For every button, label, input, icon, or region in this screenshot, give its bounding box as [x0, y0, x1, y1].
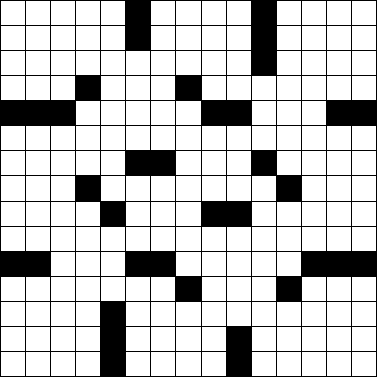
white-square[interactable]	[126, 352, 150, 376]
white-square[interactable]	[51, 1, 75, 25]
white-square[interactable]	[176, 252, 200, 276]
black-square	[202, 101, 226, 125]
white-square[interactable]	[26, 302, 50, 326]
white-square[interactable]	[227, 227, 251, 251]
white-square[interactable]	[227, 151, 251, 175]
white-square[interactable]	[26, 277, 50, 301]
white-square[interactable]	[202, 126, 226, 150]
white-square[interactable]	[277, 227, 301, 251]
white-square[interactable]	[126, 176, 150, 200]
black-square	[151, 151, 175, 175]
white-square[interactable]	[252, 302, 276, 326]
white-square[interactable]	[101, 227, 125, 251]
white-square[interactable]	[1, 1, 25, 25]
white-square[interactable]	[327, 151, 351, 175]
black-square	[252, 151, 276, 175]
white-square[interactable]	[151, 26, 175, 50]
white-square[interactable]	[277, 151, 301, 175]
white-square[interactable]	[352, 26, 376, 50]
white-square[interactable]	[76, 352, 100, 376]
white-square[interactable]	[252, 101, 276, 125]
black-square	[101, 302, 125, 326]
white-square[interactable]	[327, 277, 351, 301]
white-square[interactable]	[327, 126, 351, 150]
white-square[interactable]	[352, 51, 376, 75]
white-square[interactable]	[302, 126, 326, 150]
white-square[interactable]	[1, 302, 25, 326]
white-square[interactable]	[51, 51, 75, 75]
white-square[interactable]	[252, 352, 276, 376]
white-square[interactable]	[101, 277, 125, 301]
white-square[interactable]	[151, 101, 175, 125]
white-square[interactable]	[302, 101, 326, 125]
white-square[interactable]	[252, 252, 276, 276]
white-square[interactable]	[26, 76, 50, 100]
white-square[interactable]	[51, 202, 75, 226]
white-square[interactable]	[176, 101, 200, 125]
black-square	[76, 76, 100, 100]
white-square[interactable]	[26, 327, 50, 351]
white-square[interactable]	[327, 51, 351, 75]
black-square	[352, 252, 376, 276]
white-square[interactable]	[252, 202, 276, 226]
black-square	[227, 352, 251, 376]
white-square[interactable]	[327, 76, 351, 100]
white-square[interactable]	[101, 1, 125, 25]
white-square[interactable]	[227, 26, 251, 50]
black-square	[227, 327, 251, 351]
white-square[interactable]	[51, 352, 75, 376]
white-square[interactable]	[252, 126, 276, 150]
black-square	[252, 1, 276, 25]
white-square[interactable]	[302, 26, 326, 50]
white-square[interactable]	[352, 327, 376, 351]
white-square[interactable]	[176, 352, 200, 376]
white-square[interactable]	[51, 151, 75, 175]
white-square[interactable]	[202, 176, 226, 200]
black-square	[126, 26, 150, 50]
white-square[interactable]	[352, 352, 376, 376]
white-square[interactable]	[302, 227, 326, 251]
white-square[interactable]	[277, 26, 301, 50]
white-square[interactable]	[302, 151, 326, 175]
white-square[interactable]	[101, 252, 125, 276]
white-square[interactable]	[26, 126, 50, 150]
white-square[interactable]	[176, 1, 200, 25]
white-square[interactable]	[327, 1, 351, 25]
white-square[interactable]	[327, 302, 351, 326]
white-square[interactable]	[202, 227, 226, 251]
white-square[interactable]	[1, 176, 25, 200]
white-square[interactable]	[101, 26, 125, 50]
white-square[interactable]	[176, 26, 200, 50]
white-square[interactable]	[352, 277, 376, 301]
white-square[interactable]	[76, 327, 100, 351]
white-square[interactable]	[252, 227, 276, 251]
white-square[interactable]	[327, 227, 351, 251]
white-square[interactable]	[51, 126, 75, 150]
white-square[interactable]	[277, 51, 301, 75]
white-square[interactable]	[51, 327, 75, 351]
white-square[interactable]	[26, 202, 50, 226]
white-square[interactable]	[151, 126, 175, 150]
white-square[interactable]	[1, 51, 25, 75]
crossword-grid	[0, 0, 377, 377]
black-square	[126, 151, 150, 175]
white-square[interactable]	[227, 277, 251, 301]
black-square	[327, 252, 351, 276]
black-square	[101, 202, 125, 226]
black-square	[101, 327, 125, 351]
black-square	[101, 352, 125, 376]
white-square[interactable]	[126, 126, 150, 150]
white-square[interactable]	[76, 151, 100, 175]
black-square	[227, 101, 251, 125]
white-square[interactable]	[352, 1, 376, 25]
black-square	[302, 252, 326, 276]
black-square	[176, 76, 200, 100]
white-square[interactable]	[227, 252, 251, 276]
white-square[interactable]	[126, 101, 150, 125]
white-square[interactable]	[1, 327, 25, 351]
white-square[interactable]	[352, 176, 376, 200]
white-square[interactable]	[51, 227, 75, 251]
black-square	[352, 101, 376, 125]
white-square[interactable]	[302, 76, 326, 100]
white-square[interactable]	[302, 327, 326, 351]
white-square[interactable]	[252, 76, 276, 100]
white-square[interactable]	[76, 26, 100, 50]
white-square[interactable]	[1, 352, 25, 376]
white-square[interactable]	[126, 76, 150, 100]
white-square[interactable]	[352, 227, 376, 251]
white-square[interactable]	[252, 327, 276, 351]
black-square	[26, 252, 50, 276]
white-square[interactable]	[202, 352, 226, 376]
white-square[interactable]	[151, 51, 175, 75]
white-square[interactable]	[51, 176, 75, 200]
white-square[interactable]	[302, 302, 326, 326]
white-square[interactable]	[51, 26, 75, 50]
black-square	[277, 176, 301, 200]
white-square[interactable]	[277, 76, 301, 100]
white-square[interactable]	[51, 302, 75, 326]
white-square[interactable]	[176, 202, 200, 226]
white-square[interactable]	[176, 176, 200, 200]
white-square[interactable]	[327, 26, 351, 50]
white-square[interactable]	[26, 227, 50, 251]
white-square[interactable]	[151, 302, 175, 326]
white-square[interactable]	[126, 202, 150, 226]
white-square[interactable]	[26, 176, 50, 200]
black-square	[26, 101, 50, 125]
white-square[interactable]	[277, 327, 301, 351]
white-square[interactable]	[151, 352, 175, 376]
white-square[interactable]	[1, 227, 25, 251]
white-square[interactable]	[202, 76, 226, 100]
white-square[interactable]	[277, 202, 301, 226]
white-square[interactable]	[1, 26, 25, 50]
white-square[interactable]	[101, 51, 125, 75]
black-square	[126, 252, 150, 276]
white-square[interactable]	[126, 327, 150, 351]
white-square[interactable]	[76, 1, 100, 25]
white-square[interactable]	[252, 277, 276, 301]
white-square[interactable]	[176, 151, 200, 175]
white-square[interactable]	[202, 302, 226, 326]
white-square[interactable]	[277, 1, 301, 25]
white-square[interactable]	[202, 151, 226, 175]
white-square[interactable]	[101, 101, 125, 125]
white-square[interactable]	[51, 277, 75, 301]
white-square[interactable]	[302, 202, 326, 226]
white-square[interactable]	[302, 277, 326, 301]
white-square[interactable]	[302, 352, 326, 376]
white-square[interactable]	[227, 176, 251, 200]
white-square[interactable]	[176, 327, 200, 351]
white-square[interactable]	[176, 302, 200, 326]
white-square[interactable]	[76, 302, 100, 326]
white-square[interactable]	[202, 26, 226, 50]
white-square[interactable]	[352, 126, 376, 150]
white-square[interactable]	[202, 327, 226, 351]
white-square[interactable]	[252, 176, 276, 200]
white-square[interactable]	[26, 51, 50, 75]
white-square[interactable]	[126, 277, 150, 301]
white-square[interactable]	[302, 1, 326, 25]
white-square[interactable]	[327, 352, 351, 376]
white-square[interactable]	[352, 151, 376, 175]
white-square[interactable]	[327, 176, 351, 200]
white-square[interactable]	[176, 227, 200, 251]
white-square[interactable]	[151, 202, 175, 226]
white-square[interactable]	[227, 51, 251, 75]
white-square[interactable]	[1, 202, 25, 226]
white-square[interactable]	[76, 252, 100, 276]
white-square[interactable]	[277, 101, 301, 125]
white-square[interactable]	[26, 352, 50, 376]
white-square[interactable]	[327, 327, 351, 351]
white-square[interactable]	[202, 51, 226, 75]
black-square	[176, 277, 200, 301]
white-square[interactable]	[352, 76, 376, 100]
white-square[interactable]	[76, 51, 100, 75]
white-square[interactable]	[151, 176, 175, 200]
black-square	[1, 101, 25, 125]
white-square[interactable]	[126, 227, 150, 251]
white-square[interactable]	[1, 76, 25, 100]
white-square[interactable]	[76, 277, 100, 301]
white-square[interactable]	[76, 227, 100, 251]
white-square[interactable]	[76, 101, 100, 125]
black-square	[252, 26, 276, 50]
white-square[interactable]	[202, 1, 226, 25]
white-square[interactable]	[352, 302, 376, 326]
black-square	[151, 252, 175, 276]
white-square[interactable]	[151, 227, 175, 251]
black-square	[202, 202, 226, 226]
white-square[interactable]	[352, 202, 376, 226]
white-square[interactable]	[202, 252, 226, 276]
white-square[interactable]	[126, 51, 150, 75]
white-square[interactable]	[227, 302, 251, 326]
white-square[interactable]	[26, 26, 50, 50]
black-square	[277, 277, 301, 301]
white-square[interactable]	[26, 151, 50, 175]
white-square[interactable]	[151, 327, 175, 351]
black-square	[327, 101, 351, 125]
black-square	[51, 101, 75, 125]
white-square[interactable]	[101, 76, 125, 100]
white-square[interactable]	[151, 277, 175, 301]
white-square[interactable]	[176, 51, 200, 75]
white-square[interactable]	[277, 302, 301, 326]
white-square[interactable]	[76, 126, 100, 150]
black-square	[1, 252, 25, 276]
white-square[interactable]	[151, 76, 175, 100]
white-square[interactable]	[51, 252, 75, 276]
white-square[interactable]	[101, 126, 125, 150]
white-square[interactable]	[327, 202, 351, 226]
white-square[interactable]	[1, 277, 25, 301]
white-square[interactable]	[302, 176, 326, 200]
black-square	[227, 202, 251, 226]
white-square[interactable]	[202, 277, 226, 301]
white-square[interactable]	[302, 51, 326, 75]
white-square[interactable]	[277, 126, 301, 150]
white-square[interactable]	[51, 76, 75, 100]
white-square[interactable]	[151, 1, 175, 25]
white-square[interactable]	[26, 1, 50, 25]
black-square	[252, 51, 276, 75]
black-square	[126, 1, 150, 25]
white-square[interactable]	[101, 176, 125, 200]
white-square[interactable]	[277, 252, 301, 276]
black-square	[76, 176, 100, 200]
white-square[interactable]	[227, 76, 251, 100]
white-square[interactable]	[277, 352, 301, 376]
white-square[interactable]	[126, 302, 150, 326]
white-square[interactable]	[227, 126, 251, 150]
white-square[interactable]	[1, 126, 25, 150]
white-square[interactable]	[76, 202, 100, 226]
white-square[interactable]	[1, 151, 25, 175]
white-square[interactable]	[227, 1, 251, 25]
white-square[interactable]	[101, 151, 125, 175]
white-square[interactable]	[176, 126, 200, 150]
